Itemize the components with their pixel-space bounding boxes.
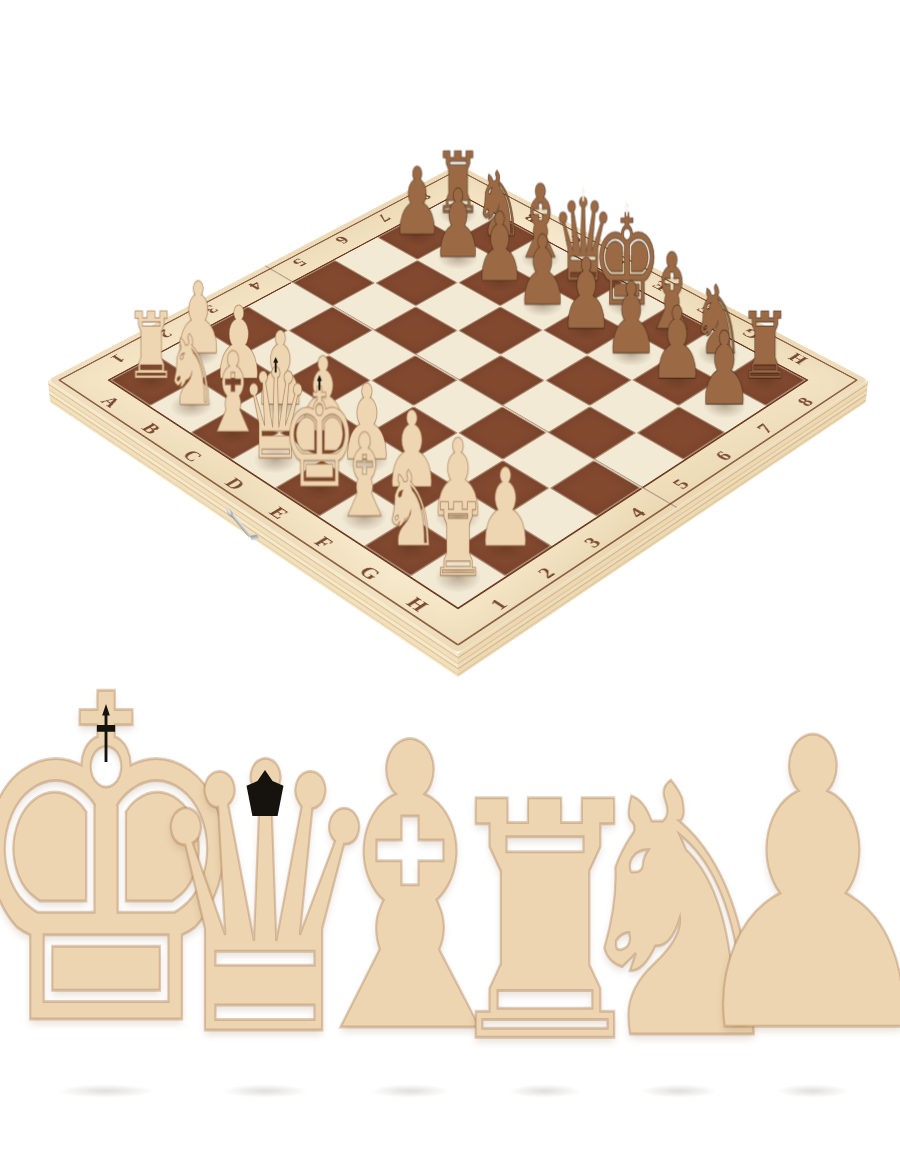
board-photo-section: ABCDEFGHABCDEFGH1234567812345678 ♜♞♝♛♚♝♞… — [0, 0, 900, 662]
folding-chess-board: ABCDEFGHABCDEFGH1234567812345678 ♜♞♝♛♚♝♞… — [48, 164, 868, 653]
piece-lineup: ♚♛♝♜♞♟ — [0, 662, 900, 1174]
white-finial-icon — [581, 187, 586, 201]
rook-glyph: ♜ — [430, 491, 486, 592]
black-finial-icon — [273, 357, 278, 373]
pawn-glyph: ♟ — [679, 688, 900, 1088]
white-finial-icon — [625, 202, 630, 216]
pawn-glyph: ♟ — [696, 319, 752, 420]
lineup-piece-pawn: ♟ — [757, 852, 869, 1088]
black-finial-icon — [317, 375, 322, 391]
product-photo-page: ABCDEFGHABCDEFGH1234567812345678 ♜♞♝♛♚♝♞… — [0, 0, 900, 1174]
